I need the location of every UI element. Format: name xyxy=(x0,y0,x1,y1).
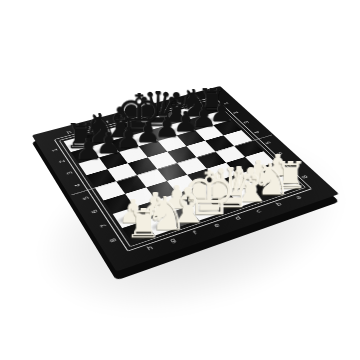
coordinate-label: 2 xyxy=(232,111,240,114)
chess-board: ♜♞♝♚♛♝♞♜♟♟♟♟♟♟♟♟♟♟♟♟♟♟♟♟♜♞♝♚♛♝♞♜ 1234567… xyxy=(32,86,339,272)
coordinate-label: 1 xyxy=(51,148,59,152)
coordinate-label: 5 xyxy=(264,141,272,145)
coordinate-label: 7 xyxy=(99,223,108,228)
coordinate-label: 4 xyxy=(253,130,261,134)
coordinate-label: e xyxy=(213,222,221,228)
coordinate-label: 4 xyxy=(74,183,83,188)
chess-set-product-photo: ♜♞♝♚♛♝♞♜♟♟♟♟♟♟♟♟♟♟♟♟♟♟♟♟♜♞♝♚♛♝♞♜ 1234567… xyxy=(0,0,360,360)
coordinate-label: 5 xyxy=(82,195,91,200)
coordinate-label: 6 xyxy=(90,209,99,214)
coordinate-label: g xyxy=(169,237,177,243)
coordinate-label: 3 xyxy=(243,120,251,124)
black-pawn: ♟ xyxy=(75,138,102,160)
coordinate-label: f xyxy=(192,230,198,236)
coordinate-label: 3 xyxy=(66,171,74,175)
coordinate-label: b xyxy=(275,201,283,207)
coordinate-label: a xyxy=(295,195,303,200)
perspective-stage: ♜♞♝♚♛♝♞♜♟♟♟♟♟♟♟♟♟♟♟♟♟♟♟♟♜♞♝♚♛♝♞♜ 1234567… xyxy=(0,0,360,360)
white-rook: ♜ xyxy=(125,208,162,239)
coordinate-label: c xyxy=(255,208,263,214)
square: ♜ xyxy=(122,221,155,243)
coordinate-label: 2 xyxy=(58,159,66,163)
coordinate-label: 8 xyxy=(109,237,118,243)
coordinate-label: h xyxy=(146,245,154,252)
